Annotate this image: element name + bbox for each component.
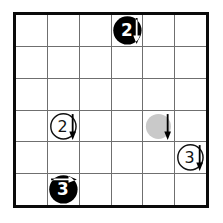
cell-r1c4[interactable]: 2	[112, 15, 143, 46]
clue-number: 3	[57, 180, 69, 200]
cell-r6c4[interactable]	[112, 174, 143, 205]
cell-r3c3[interactable]	[80, 79, 111, 110]
clue-black-circle-graphic: 3	[48, 174, 79, 205]
cell-r4c5[interactable]	[143, 111, 174, 142]
puzzle-board: 2233	[13, 12, 209, 208]
puzzle-page: 2233	[0, 0, 223, 223]
cell-r6c3[interactable]	[80, 174, 111, 205]
cell-r2c4[interactable]	[112, 47, 143, 78]
cell-r4c6[interactable]	[175, 111, 206, 142]
cell-r5c4[interactable]	[112, 142, 143, 173]
cell-r6c6[interactable]	[175, 174, 206, 205]
cell-r1c3[interactable]	[80, 15, 111, 46]
cell-r6c1[interactable]	[16, 174, 47, 205]
cell-r1c2[interactable]	[48, 15, 79, 46]
clue-number: 3	[185, 148, 195, 167]
cell-r4c3[interactable]	[80, 111, 111, 142]
clue-black-circle-graphic: 2	[112, 15, 143, 46]
cell-r6c5[interactable]	[143, 174, 174, 205]
cell-r5c1[interactable]	[16, 142, 47, 173]
cell-r2c5[interactable]	[143, 47, 174, 78]
cell-r1c6[interactable]	[175, 15, 206, 46]
clue-gray-circle-graphic	[143, 111, 174, 142]
cell-r3c6[interactable]	[175, 79, 206, 110]
cell-r5c3[interactable]	[80, 142, 111, 173]
cell-r5c5[interactable]	[143, 142, 174, 173]
cell-r3c1[interactable]	[16, 79, 47, 110]
cell-r1c1[interactable]	[16, 15, 47, 46]
cell-r2c3[interactable]	[80, 47, 111, 78]
cell-r5c6[interactable]: 3	[175, 142, 206, 173]
cell-r2c2[interactable]	[48, 47, 79, 78]
cell-r2c6[interactable]	[175, 47, 206, 78]
cell-r5c2[interactable]	[48, 142, 79, 173]
cell-r1c5[interactable]	[143, 15, 174, 46]
cell-r4c2[interactable]: 2	[48, 111, 79, 142]
cell-r4c4[interactable]	[112, 111, 143, 142]
clue-white-circle-graphic: 3	[175, 142, 206, 173]
cell-r4c1[interactable]	[16, 111, 47, 142]
clue-white-circle-graphic: 2	[48, 111, 79, 142]
clue-number: 2	[57, 117, 67, 136]
cell-r2c1[interactable]	[16, 47, 47, 78]
clue-number: 2	[120, 20, 132, 40]
cell-r3c2[interactable]	[48, 79, 79, 110]
cell-r3c4[interactable]	[112, 79, 143, 110]
cell-r3c5[interactable]	[143, 79, 174, 110]
cell-r6c2[interactable]: 3	[48, 174, 79, 205]
